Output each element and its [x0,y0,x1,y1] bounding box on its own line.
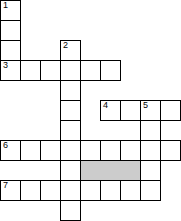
cell-r7c0[interactable]: 6 [0,140,21,161]
cell-r7c7[interactable] [140,140,161,161]
clue-number-6: 6 [3,142,8,149]
cell-r3c4[interactable] [80,60,101,81]
clue-number-4: 4 [103,102,108,109]
cell-r7c3[interactable] [60,140,81,161]
cell-r3c1[interactable] [20,60,41,81]
crossword-board: 1234567 [0,0,181,221]
cell-r9c5[interactable] [100,180,121,201]
cell-r9c1[interactable] [20,180,41,201]
cell-r8c3[interactable] [60,160,81,181]
clue-number-3: 3 [3,62,8,69]
cell-r9c2[interactable] [40,180,61,201]
clue-number-1: 1 [3,2,8,9]
cell-r3c2[interactable] [40,60,61,81]
cell-r5c3[interactable] [60,100,81,121]
cell-r9c6[interactable] [120,180,141,201]
cell-r7c4[interactable] [80,140,101,161]
cell-r9c3[interactable] [60,180,81,201]
cell-r1c0[interactable] [0,20,21,41]
cell-r7c8[interactable] [160,140,181,161]
cell-r2c3[interactable]: 2 [60,40,81,61]
cell-r10c3[interactable] [60,200,81,221]
clue-number-7: 7 [3,182,8,189]
cell-r9c4[interactable] [80,180,101,201]
cell-r5c7[interactable]: 5 [140,100,161,121]
cell-r5c5[interactable]: 4 [100,100,121,121]
cell-r9c0[interactable]: 7 [0,180,21,201]
cell-r4c3[interactable] [60,80,81,101]
clue-number-2: 2 [63,42,68,49]
cell-r7c1[interactable] [20,140,41,161]
cell-r9c7[interactable] [140,180,161,201]
cell-r0c0[interactable]: 1 [0,0,21,21]
cell-r7c5[interactable] [100,140,121,161]
cell-r2c0[interactable] [0,40,21,61]
cell-r8c7[interactable] [140,160,161,181]
clue-number-5: 5 [143,102,148,109]
cell-r3c5[interactable] [100,60,121,81]
cell-r6c7[interactable] [140,120,161,141]
cell-r3c3[interactable] [60,60,81,81]
cell-r7c6[interactable] [120,140,141,161]
cell-r6c3[interactable] [60,120,81,141]
cell-r7c2[interactable] [40,140,61,161]
cell-r3c0[interactable]: 3 [0,60,21,81]
shaded-block [80,160,141,181]
cell-r5c8[interactable] [160,100,181,121]
cell-r5c6[interactable] [120,100,141,121]
